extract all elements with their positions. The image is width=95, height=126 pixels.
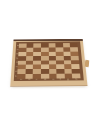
square-e1	[49, 74, 57, 79]
game-board: abcdefgh 12345678	[10, 39, 87, 87]
square-h1	[72, 74, 80, 79]
board-scene: abcdefgh 12345678	[12, 25, 85, 98]
board-squares	[17, 43, 80, 79]
square-c1	[33, 74, 41, 79]
square-f1	[57, 74, 65, 79]
product-photo: abcdefgh 12345678	[0, 0, 95, 126]
square-d1	[41, 74, 49, 79]
brass-latch-icon	[85, 60, 89, 67]
square-a1	[17, 74, 25, 79]
square-b1	[25, 74, 33, 79]
